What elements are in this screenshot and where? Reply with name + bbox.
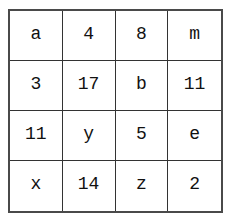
cell-r3-c1[interactable]: 14 — [63, 161, 116, 211]
cell-r0-c0[interactable]: a — [10, 11, 63, 61]
cell-r3-c0[interactable]: x — [10, 161, 63, 211]
puzzle-canvas: a 4 8 m 3 17 b 11 11 y 5 e x 14 z 2 — [0, 0, 231, 221]
cell-r3-c3[interactable]: 2 — [168, 161, 221, 211]
cell-r2-c3[interactable]: e — [168, 111, 221, 161]
cell-r1-c0[interactable]: 3 — [10, 61, 63, 111]
cell-r1-c2[interactable]: b — [116, 61, 169, 111]
cell-r2-c2[interactable]: 5 — [116, 111, 169, 161]
grid-board: a 4 8 m 3 17 b 11 11 y 5 e x 14 z 2 — [8, 9, 223, 213]
cell-r0-c3[interactable]: m — [168, 11, 221, 61]
cell-r2-c1[interactable]: y — [63, 111, 116, 161]
cell-r1-c3[interactable]: 11 — [168, 61, 221, 111]
cell-r3-c2[interactable]: z — [116, 161, 169, 211]
cell-r1-c1[interactable]: 17 — [63, 61, 116, 111]
cell-r0-c2[interactable]: 8 — [116, 11, 169, 61]
cell-r0-c1[interactable]: 4 — [63, 11, 116, 61]
cell-r2-c0[interactable]: 11 — [10, 111, 63, 161]
